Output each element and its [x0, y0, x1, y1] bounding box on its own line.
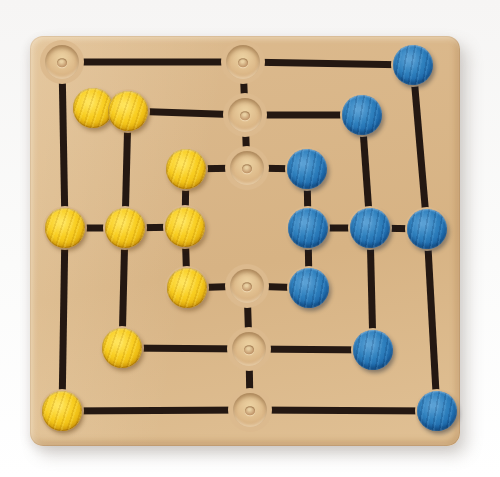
- board-line-g7-g4: [413, 65, 427, 229]
- point-d1[interactable]: [228, 388, 272, 432]
- point-dimple: [244, 345, 254, 354]
- piece-yellow-c5[interactable]: [166, 149, 206, 189]
- point-a7[interactable]: [40, 40, 84, 84]
- point-d5[interactable]: [225, 146, 269, 190]
- point-dimple: [57, 58, 67, 67]
- piece-blue-f2[interactable]: [353, 330, 393, 370]
- piece-yellow-b4[interactable]: [105, 208, 145, 248]
- board-line-g4-g1: [427, 229, 437, 411]
- point-dimple: [242, 164, 252, 173]
- piece-blue-e4[interactable]: [288, 208, 328, 248]
- piece-yellow-c3[interactable]: [167, 268, 207, 308]
- piece-blue-g7[interactable]: [393, 45, 433, 85]
- board-line-a7-a4: [62, 62, 65, 228]
- point-dimple: [245, 406, 255, 415]
- board-line-a1-d1: [62, 410, 250, 411]
- piece-blue-f6[interactable]: [342, 95, 382, 135]
- morris-board: [30, 36, 460, 446]
- piece-yellow-loose-near-b6[interactable]: [73, 88, 113, 128]
- piece-blue-e3[interactable]: [289, 268, 329, 308]
- photo-background: [0, 0, 500, 477]
- point-d2[interactable]: [227, 327, 271, 371]
- board-line-a4-a1: [62, 228, 65, 411]
- point-dimple: [240, 111, 250, 120]
- piece-yellow-a4[interactable]: [45, 208, 85, 248]
- piece-blue-e5[interactable]: [287, 149, 327, 189]
- piece-blue-g1[interactable]: [417, 391, 457, 431]
- point-d3[interactable]: [225, 264, 269, 308]
- piece-yellow-b6[interactable]: [108, 91, 148, 131]
- point-d7[interactable]: [221, 40, 265, 84]
- point-d6[interactable]: [223, 93, 267, 137]
- piece-yellow-c4[interactable]: [165, 207, 205, 247]
- board-line-d1-g1: [250, 410, 437, 411]
- point-dimple: [242, 282, 252, 291]
- point-dimple: [238, 58, 248, 67]
- piece-yellow-b2[interactable]: [102, 328, 142, 368]
- piece-yellow-a1[interactable]: [42, 391, 82, 431]
- board-line-d7-g7: [243, 62, 413, 65]
- piece-blue-f4[interactable]: [350, 208, 390, 248]
- piece-blue-g4[interactable]: [407, 209, 447, 249]
